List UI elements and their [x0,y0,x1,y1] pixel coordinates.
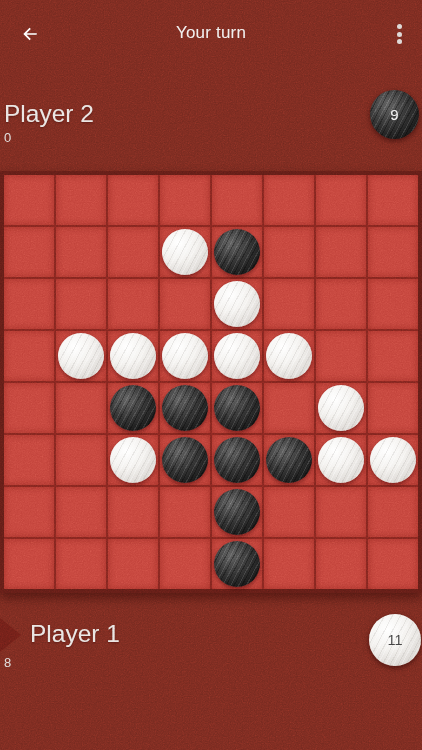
black-disc [162,437,208,483]
board-cell-r4c3[interactable] [160,383,210,433]
vertical-dots-icon [397,32,402,37]
board-cell-r6c5[interactable] [264,487,314,537]
board-cell-r1c1[interactable] [56,227,106,277]
board-cell-r3c4[interactable] [212,331,262,381]
player1-disc-counter: 11 [369,614,421,666]
board-cell-r0c2[interactable] [108,175,158,225]
app-bar: Your turn [0,0,422,66]
white-disc [214,333,260,379]
black-disc [214,385,260,431]
black-disc [214,489,260,535]
black-disc [214,229,260,275]
board-cell-r6c6[interactable] [316,487,366,537]
board-cell-r5c1[interactable] [56,435,106,485]
board-cell-r7c6[interactable] [316,539,366,589]
board-cell-r0c6[interactable] [316,175,366,225]
board-cell-r1c2[interactable] [108,227,158,277]
white-disc [318,437,364,483]
board-cell-r7c1[interactable] [56,539,106,589]
board-cell-r5c0[interactable] [4,435,54,485]
black-disc [214,541,260,587]
white-disc [214,281,260,327]
white-disc [58,333,104,379]
board-cell-r2c7[interactable] [368,279,418,329]
board-cell-r3c0[interactable] [4,331,54,381]
board-cell-r0c7[interactable] [368,175,418,225]
board-cell-r3c7[interactable] [368,331,418,381]
black-disc [214,437,260,483]
board [0,171,422,593]
white-disc [162,333,208,379]
black-disc [110,385,156,431]
board-cell-r5c2[interactable] [108,435,158,485]
board-cell-r6c3[interactable] [160,487,210,537]
board-cell-r3c1[interactable] [56,331,106,381]
board-cell-r0c4[interactable] [212,175,262,225]
board-cell-r2c4[interactable] [212,279,262,329]
board-cell-r1c7[interactable] [368,227,418,277]
player1-name: Player 1 [30,620,120,648]
board-cell-r0c3[interactable] [160,175,210,225]
vertical-dots-icon [397,39,402,44]
board-cell-r1c5[interactable] [264,227,314,277]
board-cell-r5c3[interactable] [160,435,210,485]
board-cell-r3c2[interactable] [108,331,158,381]
board-cell-r5c5[interactable] [264,435,314,485]
board-cell-r2c6[interactable] [316,279,366,329]
board-cell-r2c1[interactable] [56,279,106,329]
white-disc [110,437,156,483]
board-cell-r1c3[interactable] [160,227,210,277]
overflow-menu-button[interactable] [390,21,408,47]
board-cell-r2c2[interactable] [108,279,158,329]
board-cell-r6c2[interactable] [108,487,158,537]
board-cell-r0c5[interactable] [264,175,314,225]
player2-disc-count: 9 [390,106,398,123]
board-cell-r7c4[interactable] [212,539,262,589]
player1-disc-count: 11 [387,632,402,648]
board-cell-r0c1[interactable] [56,175,106,225]
board-cell-r1c0[interactable] [4,227,54,277]
white-disc [162,229,208,275]
player2-disc-counter: 9 [370,90,419,139]
board-cell-r5c6[interactable] [316,435,366,485]
board-cell-r7c7[interactable] [368,539,418,589]
board-cell-r6c1[interactable] [56,487,106,537]
black-disc [162,385,208,431]
board-cell-r3c3[interactable] [160,331,210,381]
white-disc [110,333,156,379]
board-cell-r2c3[interactable] [160,279,210,329]
turn-indicator-icon [0,618,21,652]
board-cell-r4c0[interactable] [4,383,54,433]
board-cell-r2c5[interactable] [264,279,314,329]
black-disc [266,437,312,483]
white-disc [266,333,312,379]
board-cell-r5c4[interactable] [212,435,262,485]
player2-name: Player 2 [4,100,94,128]
white-disc [370,437,416,483]
board-cell-r4c5[interactable] [264,383,314,433]
board-cell-r3c5[interactable] [264,331,314,381]
board-cell-r4c6[interactable] [316,383,366,433]
board-cell-r2c0[interactable] [4,279,54,329]
player2-score: 0 [4,131,11,145]
board-cell-r3c6[interactable] [316,331,366,381]
board-cell-r6c4[interactable] [212,487,262,537]
white-disc [318,385,364,431]
vertical-dots-icon [397,24,402,29]
board-cell-r4c7[interactable] [368,383,418,433]
player1-score: 8 [4,656,11,670]
board-cell-r7c3[interactable] [160,539,210,589]
board-cell-r7c2[interactable] [108,539,158,589]
board-cell-r7c0[interactable] [4,539,54,589]
board-cell-r6c7[interactable] [368,487,418,537]
board-cell-r4c2[interactable] [108,383,158,433]
board-cell-r5c7[interactable] [368,435,418,485]
board-cell-r4c1[interactable] [56,383,106,433]
board-cell-r0c0[interactable] [4,175,54,225]
board-cell-r1c6[interactable] [316,227,366,277]
board-cell-r7c5[interactable] [264,539,314,589]
status-title: Your turn [0,0,422,66]
board-cell-r1c4[interactable] [212,227,262,277]
board-cell-r6c0[interactable] [4,487,54,537]
board-cell-r4c4[interactable] [212,383,262,433]
